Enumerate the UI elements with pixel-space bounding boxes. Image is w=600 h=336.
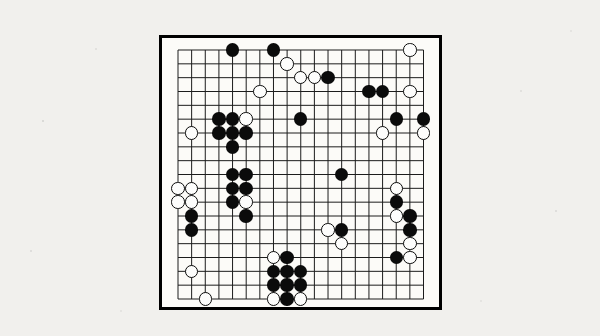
go-diagram-frame <box>159 35 442 310</box>
white-stone <box>280 57 293 70</box>
black-stone <box>226 140 239 153</box>
black-stone <box>390 251 403 264</box>
black-stone <box>403 223 416 236</box>
black-stone <box>212 112 225 125</box>
white-stone <box>417 126 430 139</box>
black-stone <box>239 182 252 195</box>
white-stone <box>199 292 212 305</box>
black-stone <box>362 85 375 98</box>
white-stone <box>403 251 416 264</box>
black-stone <box>280 251 293 264</box>
white-stone <box>239 195 252 208</box>
black-stone <box>226 112 239 125</box>
black-stone <box>267 278 280 291</box>
white-stone <box>403 237 416 250</box>
black-stone <box>267 265 280 278</box>
black-stone <box>226 195 239 208</box>
black-stone <box>239 126 252 139</box>
black-stone <box>417 112 430 125</box>
white-stone <box>321 223 334 236</box>
black-stone <box>335 223 348 236</box>
white-stone <box>185 195 198 208</box>
white-stone <box>376 126 389 139</box>
black-stone <box>321 71 334 84</box>
white-stone <box>185 126 198 139</box>
black-stone <box>226 43 239 56</box>
white-stone <box>390 182 403 195</box>
white-stone <box>171 195 184 208</box>
black-stone <box>280 265 293 278</box>
white-stone <box>171 182 184 195</box>
white-stone <box>403 85 416 98</box>
black-stone <box>280 292 293 305</box>
black-stone <box>185 209 198 222</box>
white-stone <box>253 85 266 98</box>
black-stone <box>239 209 252 222</box>
black-stone <box>239 168 252 181</box>
white-stone <box>239 112 252 125</box>
black-stone <box>390 112 403 125</box>
white-stone <box>403 43 416 56</box>
black-stone <box>212 126 225 139</box>
black-stone <box>403 209 416 222</box>
black-stone <box>390 195 403 208</box>
black-stone <box>226 126 239 139</box>
black-stone <box>267 43 280 56</box>
black-stone <box>185 223 198 236</box>
scan-noise <box>0 0 2 2</box>
go-board[interactable] <box>178 50 424 299</box>
white-stone <box>390 209 403 222</box>
white-stone <box>294 292 307 305</box>
page-background <box>0 0 600 336</box>
white-stone <box>267 292 280 305</box>
black-stone <box>280 278 293 291</box>
